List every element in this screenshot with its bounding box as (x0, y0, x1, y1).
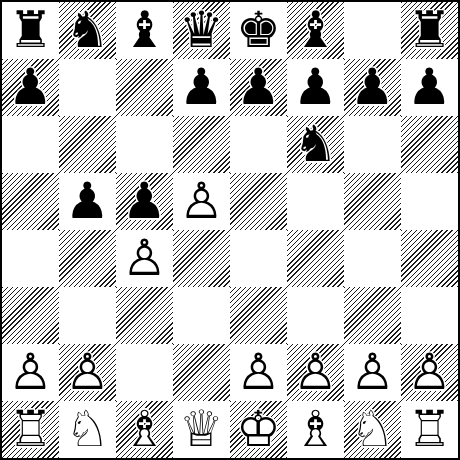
black-knight-glyph: ♞ (59, 2, 116, 59)
white-bishop-glyph: ♗ (116, 401, 173, 458)
white-pawn-glyph: ♙ (230, 344, 287, 401)
black-pawn-glyph: ♟ (287, 59, 344, 116)
square-a1[interactable]: ♜♖ (2, 401, 59, 458)
white-knight: ♞♘ (344, 401, 401, 458)
square-e6[interactable] (230, 116, 287, 173)
square-c6[interactable] (116, 116, 173, 173)
white-king: ♚♔ (230, 401, 287, 458)
white-pawn-glyph: ♙ (344, 344, 401, 401)
white-bishop: ♝♗ (116, 401, 173, 458)
square-d7[interactable]: ♟♟ (173, 59, 230, 116)
square-g8[interactable] (344, 2, 401, 59)
black-bishop-glyph: ♝ (116, 2, 173, 59)
square-g7[interactable]: ♟♟ (344, 59, 401, 116)
black-pawn: ♟♟ (173, 59, 230, 116)
white-pawn: ♟♙ (401, 344, 458, 401)
square-c2[interactable] (116, 344, 173, 401)
square-d2[interactable] (173, 344, 230, 401)
black-pawn-glyph: ♟ (116, 173, 173, 230)
white-bishop-glyph: ♗ (287, 401, 344, 458)
white-bishop: ♝♗ (287, 401, 344, 458)
square-c4[interactable]: ♟♙ (116, 230, 173, 287)
square-h8[interactable]: ♜♜ (401, 2, 458, 59)
black-bishop-glyph: ♝ (287, 2, 344, 59)
square-a8[interactable]: ♜♜ (2, 2, 59, 59)
white-pawn: ♟♙ (116, 230, 173, 287)
square-c8[interactable]: ♝♝ (116, 2, 173, 59)
square-e3[interactable] (230, 287, 287, 344)
square-h3[interactable] (401, 287, 458, 344)
black-pawn: ♟♟ (401, 59, 458, 116)
black-knight: ♞♞ (59, 2, 116, 59)
square-c1[interactable]: ♝♗ (116, 401, 173, 458)
black-pawn-glyph: ♟ (2, 59, 59, 116)
chess-board-frame: ♜♜♞♞♝♝♛♛♚♚♝♝♜♜♟♟♟♟♟♟♟♟♟♟♟♟♞♞♟♟♟♟♟♙♟♙♟♙♟♙… (0, 0, 460, 460)
square-g5[interactable] (344, 173, 401, 230)
black-rook-glyph: ♜ (2, 2, 59, 59)
black-pawn: ♟♟ (344, 59, 401, 116)
square-h1[interactable]: ♜♖ (401, 401, 458, 458)
black-rook-glyph: ♜ (401, 2, 458, 59)
square-d1[interactable]: ♛♕ (173, 401, 230, 458)
white-pawn-glyph: ♙ (401, 344, 458, 401)
black-knight: ♞♞ (287, 116, 344, 173)
white-knight: ♞♘ (59, 401, 116, 458)
white-pawn: ♟♙ (59, 344, 116, 401)
square-a4[interactable] (2, 230, 59, 287)
white-queen: ♛♕ (173, 401, 230, 458)
black-knight-glyph: ♞ (287, 116, 344, 173)
square-b5[interactable]: ♟♟ (59, 173, 116, 230)
black-pawn-glyph: ♟ (344, 59, 401, 116)
black-pawn-glyph: ♟ (173, 59, 230, 116)
black-pawn: ♟♟ (2, 59, 59, 116)
square-b7[interactable] (59, 59, 116, 116)
square-b1[interactable]: ♞♘ (59, 401, 116, 458)
square-g1[interactable]: ♞♘ (344, 401, 401, 458)
square-g2[interactable]: ♟♙ (344, 344, 401, 401)
white-rook-glyph: ♖ (2, 401, 59, 458)
white-pawn-glyph: ♙ (59, 344, 116, 401)
square-e7[interactable]: ♟♟ (230, 59, 287, 116)
square-a5[interactable] (2, 173, 59, 230)
square-h7[interactable]: ♟♟ (401, 59, 458, 116)
square-e2[interactable]: ♟♙ (230, 344, 287, 401)
square-b8[interactable]: ♞♞ (59, 2, 116, 59)
square-f6[interactable]: ♞♞ (287, 116, 344, 173)
black-pawn-glyph: ♟ (230, 59, 287, 116)
black-bishop: ♝♝ (287, 2, 344, 59)
square-a3[interactable] (2, 287, 59, 344)
square-b3[interactable] (59, 287, 116, 344)
square-d6[interactable] (173, 116, 230, 173)
square-f3[interactable] (287, 287, 344, 344)
white-knight-glyph: ♘ (59, 401, 116, 458)
black-rook: ♜♜ (401, 2, 458, 59)
chess-board: ♜♜♞♞♝♝♛♛♚♚♝♝♜♜♟♟♟♟♟♟♟♟♟♟♟♟♞♞♟♟♟♟♟♙♟♙♟♙♟♙… (2, 2, 458, 458)
square-g6[interactable] (344, 116, 401, 173)
square-f8[interactable]: ♝♝ (287, 2, 344, 59)
white-pawn: ♟♙ (230, 344, 287, 401)
square-h6[interactable] (401, 116, 458, 173)
square-d8[interactable]: ♛♛ (173, 2, 230, 59)
square-f2[interactable]: ♟♙ (287, 344, 344, 401)
white-queen-glyph: ♕ (173, 401, 230, 458)
black-pawn: ♟♟ (230, 59, 287, 116)
white-pawn: ♟♙ (287, 344, 344, 401)
black-pawn-glyph: ♟ (59, 173, 116, 230)
square-f4[interactable] (287, 230, 344, 287)
square-f1[interactable]: ♝♗ (287, 401, 344, 458)
white-rook: ♜♖ (401, 401, 458, 458)
square-b6[interactable] (59, 116, 116, 173)
black-rook: ♜♜ (2, 2, 59, 59)
square-d3[interactable] (173, 287, 230, 344)
square-e5[interactable] (230, 173, 287, 230)
square-f7[interactable]: ♟♟ (287, 59, 344, 116)
square-g4[interactable] (344, 230, 401, 287)
white-pawn-glyph: ♙ (2, 344, 59, 401)
square-a2[interactable]: ♟♙ (2, 344, 59, 401)
square-c5[interactable]: ♟♟ (116, 173, 173, 230)
black-bishop: ♝♝ (116, 2, 173, 59)
black-pawn-glyph: ♟ (401, 59, 458, 116)
black-king: ♚♚ (230, 2, 287, 59)
square-h2[interactable]: ♟♙ (401, 344, 458, 401)
square-e1[interactable]: ♚♔ (230, 401, 287, 458)
square-h5[interactable] (401, 173, 458, 230)
white-knight-glyph: ♘ (344, 401, 401, 458)
white-pawn-glyph: ♙ (287, 344, 344, 401)
white-pawn: ♟♙ (173, 173, 230, 230)
black-pawn: ♟♟ (287, 59, 344, 116)
black-king-glyph: ♚ (230, 2, 287, 59)
white-king-glyph: ♔ (230, 401, 287, 458)
square-e8[interactable]: ♚♚ (230, 2, 287, 59)
white-pawn-glyph: ♙ (116, 230, 173, 287)
black-queen: ♛♛ (173, 2, 230, 59)
square-b4[interactable] (59, 230, 116, 287)
black-pawn: ♟♟ (59, 173, 116, 230)
white-pawn: ♟♙ (344, 344, 401, 401)
black-pawn: ♟♟ (116, 173, 173, 230)
black-queen-glyph: ♛ (173, 2, 230, 59)
square-e4[interactable] (230, 230, 287, 287)
square-c7[interactable] (116, 59, 173, 116)
square-f5[interactable] (287, 173, 344, 230)
square-h4[interactable] (401, 230, 458, 287)
white-rook: ♜♖ (2, 401, 59, 458)
white-pawn: ♟♙ (2, 344, 59, 401)
white-pawn-glyph: ♙ (173, 173, 230, 230)
white-rook-glyph: ♖ (401, 401, 458, 458)
square-c3[interactable] (116, 287, 173, 344)
square-d4[interactable] (173, 230, 230, 287)
square-a6[interactable] (2, 116, 59, 173)
square-d5[interactable]: ♟♙ (173, 173, 230, 230)
square-g3[interactable] (344, 287, 401, 344)
square-a7[interactable]: ♟♟ (2, 59, 59, 116)
square-b2[interactable]: ♟♙ (59, 344, 116, 401)
